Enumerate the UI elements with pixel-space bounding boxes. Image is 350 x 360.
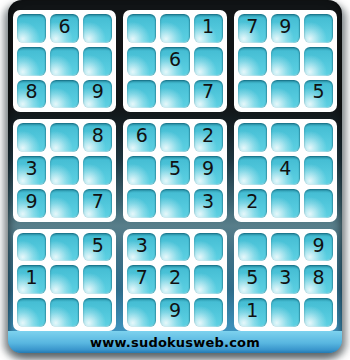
cell-r4c6: 2 [194, 123, 223, 152]
cell-r8c6[interactable] [194, 265, 223, 294]
cell-r1c4[interactable] [127, 14, 156, 43]
given-digit: 2 [169, 268, 181, 287]
given-digit: 7 [136, 268, 148, 287]
cell-r3c4[interactable] [127, 80, 156, 109]
cell-r3c9: 5 [304, 80, 333, 109]
cell-r6c2[interactable] [50, 189, 79, 218]
given-digit: 5 [246, 268, 258, 287]
cell-r7c3: 5 [83, 233, 112, 262]
given-digit: 8 [26, 82, 38, 101]
cell-r1c7: 7 [238, 14, 267, 43]
cell-r3c7[interactable] [238, 80, 267, 109]
cell-r5c7[interactable] [238, 156, 267, 185]
cell-r3c1: 8 [17, 80, 46, 109]
cell-r8c5: 2 [160, 265, 189, 294]
given-digit: 7 [92, 192, 104, 211]
given-digit: 4 [279, 159, 291, 178]
cell-r1c8: 9 [271, 14, 300, 43]
box-4: 8397 [13, 119, 116, 221]
box-8: 3729 [123, 229, 226, 331]
cell-r2c1[interactable] [17, 47, 46, 76]
cell-r9c5: 9 [160, 298, 189, 327]
cell-r1c6: 1 [194, 14, 223, 43]
given-digit: 8 [312, 268, 324, 287]
board-frame: 6891677958397625934251372995381 www.sudo… [8, 0, 342, 353]
cell-r2c6[interactable] [194, 47, 223, 76]
cell-r1c2: 6 [50, 14, 79, 43]
given-digit: 9 [92, 82, 104, 101]
cell-r6c9[interactable] [304, 189, 333, 218]
cell-r9c2[interactable] [50, 298, 79, 327]
cell-r6c1: 9 [17, 189, 46, 218]
cell-r1c9[interactable] [304, 14, 333, 43]
cell-r4c9[interactable] [304, 123, 333, 152]
cell-r9c8[interactable] [271, 298, 300, 327]
cell-r3c8[interactable] [271, 80, 300, 109]
box-7: 51 [13, 229, 116, 331]
cell-r8c2[interactable] [50, 265, 79, 294]
given-digit: 5 [312, 82, 324, 101]
cell-r7c8[interactable] [271, 233, 300, 262]
cell-r6c4[interactable] [127, 189, 156, 218]
cell-r5c5: 5 [160, 156, 189, 185]
cell-r6c5[interactable] [160, 189, 189, 218]
cell-r9c9[interactable] [304, 298, 333, 327]
given-digit: 9 [312, 236, 324, 255]
cell-r5c1: 3 [17, 156, 46, 185]
cell-r7c6[interactable] [194, 233, 223, 262]
cell-r1c5[interactable] [160, 14, 189, 43]
cell-r1c3[interactable] [83, 14, 112, 43]
cell-r6c7: 2 [238, 189, 267, 218]
given-digit: 9 [26, 192, 38, 211]
cell-r9c3[interactable] [83, 298, 112, 327]
cell-r5c3[interactable] [83, 156, 112, 185]
given-digit: 9 [202, 159, 214, 178]
cell-r5c9[interactable] [304, 156, 333, 185]
cell-r2c5: 6 [160, 47, 189, 76]
cell-r6c3: 7 [83, 189, 112, 218]
cell-r5c6: 9 [194, 156, 223, 185]
given-digit: 6 [59, 17, 71, 36]
given-digit: 7 [246, 17, 258, 36]
given-digit: 3 [202, 192, 214, 211]
cell-r8c8: 3 [271, 265, 300, 294]
cell-r8c1: 1 [17, 265, 46, 294]
cell-r3c2[interactable] [50, 80, 79, 109]
cell-r4c2[interactable] [50, 123, 79, 152]
cell-r5c4[interactable] [127, 156, 156, 185]
site-url-label: www.sudokusweb.com [90, 335, 260, 350]
given-digit: 5 [169, 159, 181, 178]
given-digit: 3 [136, 236, 148, 255]
cell-r8c3[interactable] [83, 265, 112, 294]
cell-r7c2[interactable] [50, 233, 79, 262]
cell-r8c4: 7 [127, 265, 156, 294]
given-digit: 6 [169, 50, 181, 69]
cell-r6c8[interactable] [271, 189, 300, 218]
given-digit: 9 [169, 301, 181, 320]
given-digit: 7 [202, 82, 214, 101]
given-digit: 1 [202, 17, 214, 36]
cell-r2c3[interactable] [83, 47, 112, 76]
given-digit: 6 [136, 126, 148, 145]
cell-r3c3: 9 [83, 80, 112, 109]
cell-r2c2[interactable] [50, 47, 79, 76]
cell-r2c4[interactable] [127, 47, 156, 76]
given-digit: 1 [246, 301, 258, 320]
cell-r7c9: 9 [304, 233, 333, 262]
cell-r2c8[interactable] [271, 47, 300, 76]
page: 6891677958397625934251372995381 www.sudo… [0, 0, 350, 360]
cell-r4c7[interactable] [238, 123, 267, 152]
given-digit: 3 [279, 268, 291, 287]
given-digit: 1 [26, 268, 38, 287]
box-5: 62593 [123, 119, 226, 221]
cell-r3c6: 7 [194, 80, 223, 109]
cell-r8c7: 5 [238, 265, 267, 294]
cell-r6c6: 3 [194, 189, 223, 218]
given-digit: 5 [92, 236, 104, 255]
cell-r9c7: 1 [238, 298, 267, 327]
box-3: 795 [234, 10, 337, 112]
cell-r4c5[interactable] [160, 123, 189, 152]
box-6: 42 [234, 119, 337, 221]
cell-r5c2[interactable] [50, 156, 79, 185]
box-2: 167 [123, 10, 226, 112]
box-1: 689 [13, 10, 116, 112]
cell-r2c7[interactable] [238, 47, 267, 76]
cell-r9c1[interactable] [17, 298, 46, 327]
given-digit: 9 [279, 17, 291, 36]
cell-r1c1[interactable] [17, 14, 46, 43]
footer-bar: www.sudokusweb.com [8, 331, 342, 353]
cell-r2c9[interactable] [304, 47, 333, 76]
given-digit: 8 [92, 126, 104, 145]
cell-r8c9: 8 [304, 265, 333, 294]
cell-r7c1[interactable] [17, 233, 46, 262]
cell-r5c8: 4 [271, 156, 300, 185]
cell-r9c6[interactable] [194, 298, 223, 327]
given-digit: 3 [26, 159, 38, 178]
cell-r3c5[interactable] [160, 80, 189, 109]
cell-r4c1[interactable] [17, 123, 46, 152]
cell-r7c5[interactable] [160, 233, 189, 262]
cell-r4c4: 6 [127, 123, 156, 152]
box-9: 95381 [234, 229, 337, 331]
cell-r4c3: 8 [83, 123, 112, 152]
cell-r4c8[interactable] [271, 123, 300, 152]
given-digit: 2 [246, 192, 258, 211]
cell-r7c7[interactable] [238, 233, 267, 262]
cell-r9c4[interactable] [127, 298, 156, 327]
given-digit: 2 [202, 126, 214, 145]
cell-r7c4: 3 [127, 233, 156, 262]
sudoku-board: 6891677958397625934251372995381 [13, 10, 337, 331]
